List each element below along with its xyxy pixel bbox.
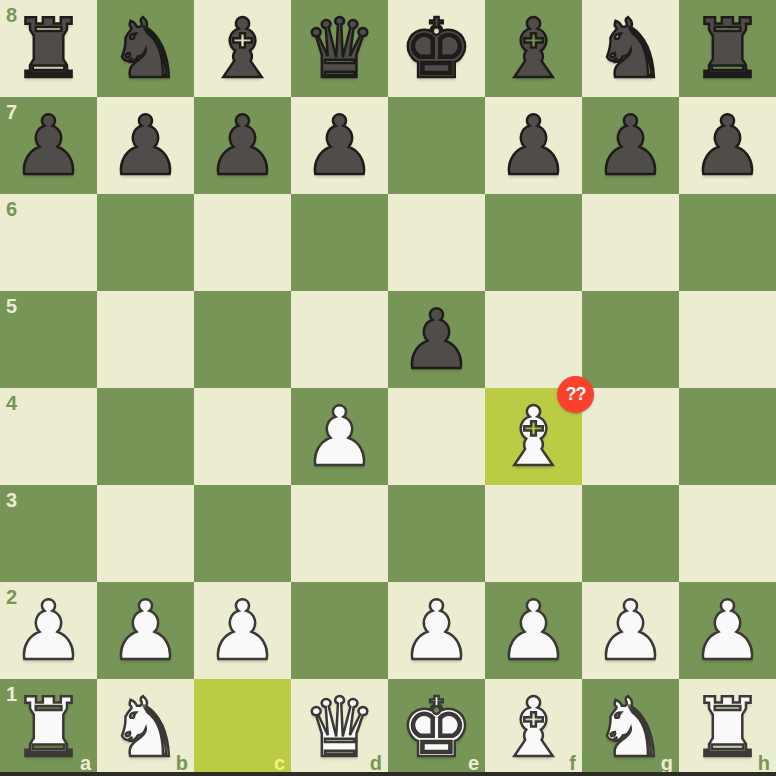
square-f3[interactable] (485, 485, 582, 582)
piece-white-bishop-f1[interactable]: ♝ (485, 679, 582, 776)
piece-black-pawn-c7[interactable]: ♟ (194, 97, 291, 194)
square-b4[interactable] (97, 388, 194, 485)
square-a6[interactable]: 6 (0, 194, 97, 291)
square-e4[interactable] (388, 388, 485, 485)
piece-black-knight-b8[interactable]: ♞ (97, 0, 194, 97)
square-g7[interactable]: ♟ (582, 97, 679, 194)
square-f2[interactable]: ♟ (485, 582, 582, 679)
square-d1[interactable]: d♛ (291, 679, 388, 776)
square-e8[interactable]: ♚ (388, 0, 485, 97)
square-a5[interactable]: 5 (0, 291, 97, 388)
square-c4[interactable] (194, 388, 291, 485)
piece-white-pawn-f2[interactable]: ♟ (485, 582, 582, 679)
square-g5[interactable] (582, 291, 679, 388)
square-g3[interactable] (582, 485, 679, 582)
piece-black-queen-d8[interactable]: ♛ (291, 0, 388, 97)
piece-black-rook-h8[interactable]: ♜ (679, 0, 776, 97)
square-b8[interactable]: ♞ (97, 0, 194, 97)
square-d8[interactable]: ♛ (291, 0, 388, 97)
piece-black-rook-a8[interactable]: ♜ (0, 0, 97, 97)
square-d5[interactable] (291, 291, 388, 388)
piece-black-pawn-d7[interactable]: ♟ (291, 97, 388, 194)
square-f5[interactable] (485, 291, 582, 388)
square-e1[interactable]: e♚ (388, 679, 485, 776)
square-e5[interactable]: ♟ (388, 291, 485, 388)
chess-board: 8♜♞♝♛♚♝♞♜7♟♟♟♟♟♟♟65♟4♟♝??32♟♟♟♟♟♟♟1a♜b♞c… (0, 0, 776, 776)
square-c6[interactable] (194, 194, 291, 291)
square-a8[interactable]: 8♜ (0, 0, 97, 97)
chess-board-wrap: 8♜♞♝♛♚♝♞♜7♟♟♟♟♟♟♟65♟4♟♝??32♟♟♟♟♟♟♟1a♜b♞c… (0, 0, 776, 776)
square-f8[interactable]: ♝ (485, 0, 582, 97)
square-d3[interactable] (291, 485, 388, 582)
piece-black-pawn-a7[interactable]: ♟ (0, 97, 97, 194)
square-g8[interactable]: ♞ (582, 0, 679, 97)
file-label-c: c (274, 753, 285, 773)
square-c1[interactable]: c (194, 679, 291, 776)
square-f7[interactable]: ♟ (485, 97, 582, 194)
square-c5[interactable] (194, 291, 291, 388)
piece-white-knight-b1[interactable]: ♞ (97, 679, 194, 776)
piece-white-pawn-b2[interactable]: ♟ (97, 582, 194, 679)
square-h1[interactable]: h♜ (679, 679, 776, 776)
blunder-badge: ?? (557, 376, 594, 413)
square-a1[interactable]: 1a♜ (0, 679, 97, 776)
square-f1[interactable]: f♝ (485, 679, 582, 776)
square-a3[interactable]: 3 (0, 485, 97, 582)
piece-white-pawn-d4[interactable]: ♟ (291, 388, 388, 485)
square-b2[interactable]: ♟ (97, 582, 194, 679)
piece-black-pawn-g7[interactable]: ♟ (582, 97, 679, 194)
square-c7[interactable]: ♟ (194, 97, 291, 194)
piece-white-pawn-h2[interactable]: ♟ (679, 582, 776, 679)
square-f4[interactable]: ♝?? (485, 388, 582, 485)
piece-black-pawn-e5[interactable]: ♟ (388, 291, 485, 388)
piece-white-queen-d1[interactable]: ♛ (291, 679, 388, 776)
piece-black-pawn-f7[interactable]: ♟ (485, 97, 582, 194)
piece-black-king-e8[interactable]: ♚ (388, 0, 485, 97)
piece-white-pawn-e2[interactable]: ♟ (388, 582, 485, 679)
piece-white-rook-h1[interactable]: ♜ (679, 679, 776, 776)
square-e7[interactable] (388, 97, 485, 194)
piece-white-king-e1[interactable]: ♚ (388, 679, 485, 776)
piece-white-rook-a1[interactable]: ♜ (0, 679, 97, 776)
square-h3[interactable] (679, 485, 776, 582)
piece-black-pawn-b7[interactable]: ♟ (97, 97, 194, 194)
square-a2[interactable]: 2♟ (0, 582, 97, 679)
square-h5[interactable] (679, 291, 776, 388)
rank-label-5: 5 (6, 296, 17, 316)
piece-black-pawn-h7[interactable]: ♟ (679, 97, 776, 194)
square-g6[interactable] (582, 194, 679, 291)
piece-white-knight-g1[interactable]: ♞ (582, 679, 679, 776)
rank-label-6: 6 (6, 199, 17, 219)
square-e3[interactable] (388, 485, 485, 582)
square-e6[interactable] (388, 194, 485, 291)
piece-white-pawn-g2[interactable]: ♟ (582, 582, 679, 679)
square-h6[interactable] (679, 194, 776, 291)
piece-black-bishop-f8[interactable]: ♝ (485, 0, 582, 97)
square-d2[interactable] (291, 582, 388, 679)
square-c3[interactable] (194, 485, 291, 582)
square-c8[interactable]: ♝ (194, 0, 291, 97)
square-g4[interactable] (582, 388, 679, 485)
square-b6[interactable] (97, 194, 194, 291)
square-h4[interactable] (679, 388, 776, 485)
square-h7[interactable]: ♟ (679, 97, 776, 194)
square-g2[interactable]: ♟ (582, 582, 679, 679)
square-b7[interactable]: ♟ (97, 97, 194, 194)
square-c2[interactable]: ♟ (194, 582, 291, 679)
square-b3[interactable] (97, 485, 194, 582)
piece-white-pawn-a2[interactable]: ♟ (0, 582, 97, 679)
piece-black-bishop-c8[interactable]: ♝ (194, 0, 291, 97)
square-h8[interactable]: ♜ (679, 0, 776, 97)
square-g1[interactable]: g♞ (582, 679, 679, 776)
square-b1[interactable]: b♞ (97, 679, 194, 776)
square-a4[interactable]: 4 (0, 388, 97, 485)
square-h2[interactable]: ♟ (679, 582, 776, 679)
rank-label-4: 4 (6, 393, 17, 413)
piece-white-pawn-c2[interactable]: ♟ (194, 582, 291, 679)
square-d6[interactable] (291, 194, 388, 291)
piece-black-knight-g8[interactable]: ♞ (582, 0, 679, 97)
square-b5[interactable] (97, 291, 194, 388)
board-bottom-edge (0, 772, 776, 776)
square-d7[interactable]: ♟ (291, 97, 388, 194)
square-a7[interactable]: 7♟ (0, 97, 97, 194)
square-e2[interactable]: ♟ (388, 582, 485, 679)
square-d4[interactable]: ♟ (291, 388, 388, 485)
square-f6[interactable] (485, 194, 582, 291)
rank-label-3: 3 (6, 490, 17, 510)
